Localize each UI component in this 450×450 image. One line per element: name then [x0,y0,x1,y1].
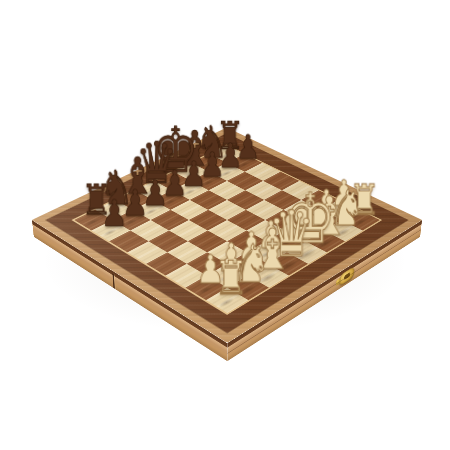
black-pawn-a7: ♟ [81,195,146,232]
fold-seam [113,273,115,289]
white-rook-a1: ♜ [195,255,266,302]
product-photo-scene: ♜♞♝♛♚♝♞♜♟♟♟♟♟♟♟♟♟♟♟♟♟♟♟♟♜♞♝♛♚♝♞♜ [0,0,450,450]
